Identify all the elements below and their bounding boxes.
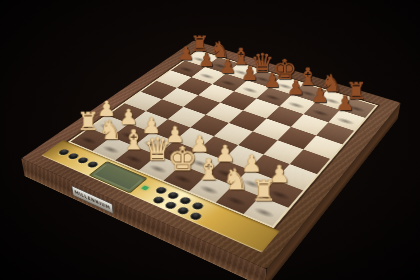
control-button-right-3[interactable] <box>178 196 192 205</box>
brand-plate-label: MILLENNIUM <box>74 189 110 211</box>
control-button-left-4[interactable] <box>86 161 100 169</box>
control-button-right-5[interactable] <box>151 196 165 205</box>
chess-computer-board: ♜♞♝♛♚♝♞♜♟♟♟♟♟♟♟♟♟♟♟♟♟♟♟♟♜♞♝♛♚♝♞♜ MILLENN… <box>21 41 400 270</box>
brand-plate: MILLENNIUM <box>71 185 113 214</box>
control-button-left-1[interactable] <box>57 148 71 156</box>
control-button-left-2[interactable] <box>67 152 81 160</box>
control-button-right-6[interactable] <box>163 201 178 210</box>
control-button-left-3[interactable] <box>76 156 90 164</box>
control-button-right-1[interactable] <box>154 186 168 195</box>
photo-scene: ♜♞♝♛♚♝♞♜♟♟♟♟♟♟♟♟♟♟♟♟♟♟♟♟♜♞♝♛♚♝♞♜ MILLENN… <box>0 0 420 280</box>
control-button-right-4[interactable] <box>190 201 204 210</box>
status-led <box>141 186 149 191</box>
control-button-right-8[interactable] <box>188 211 203 221</box>
control-button-right-2[interactable] <box>166 191 180 200</box>
control-button-right-7[interactable] <box>176 206 191 216</box>
